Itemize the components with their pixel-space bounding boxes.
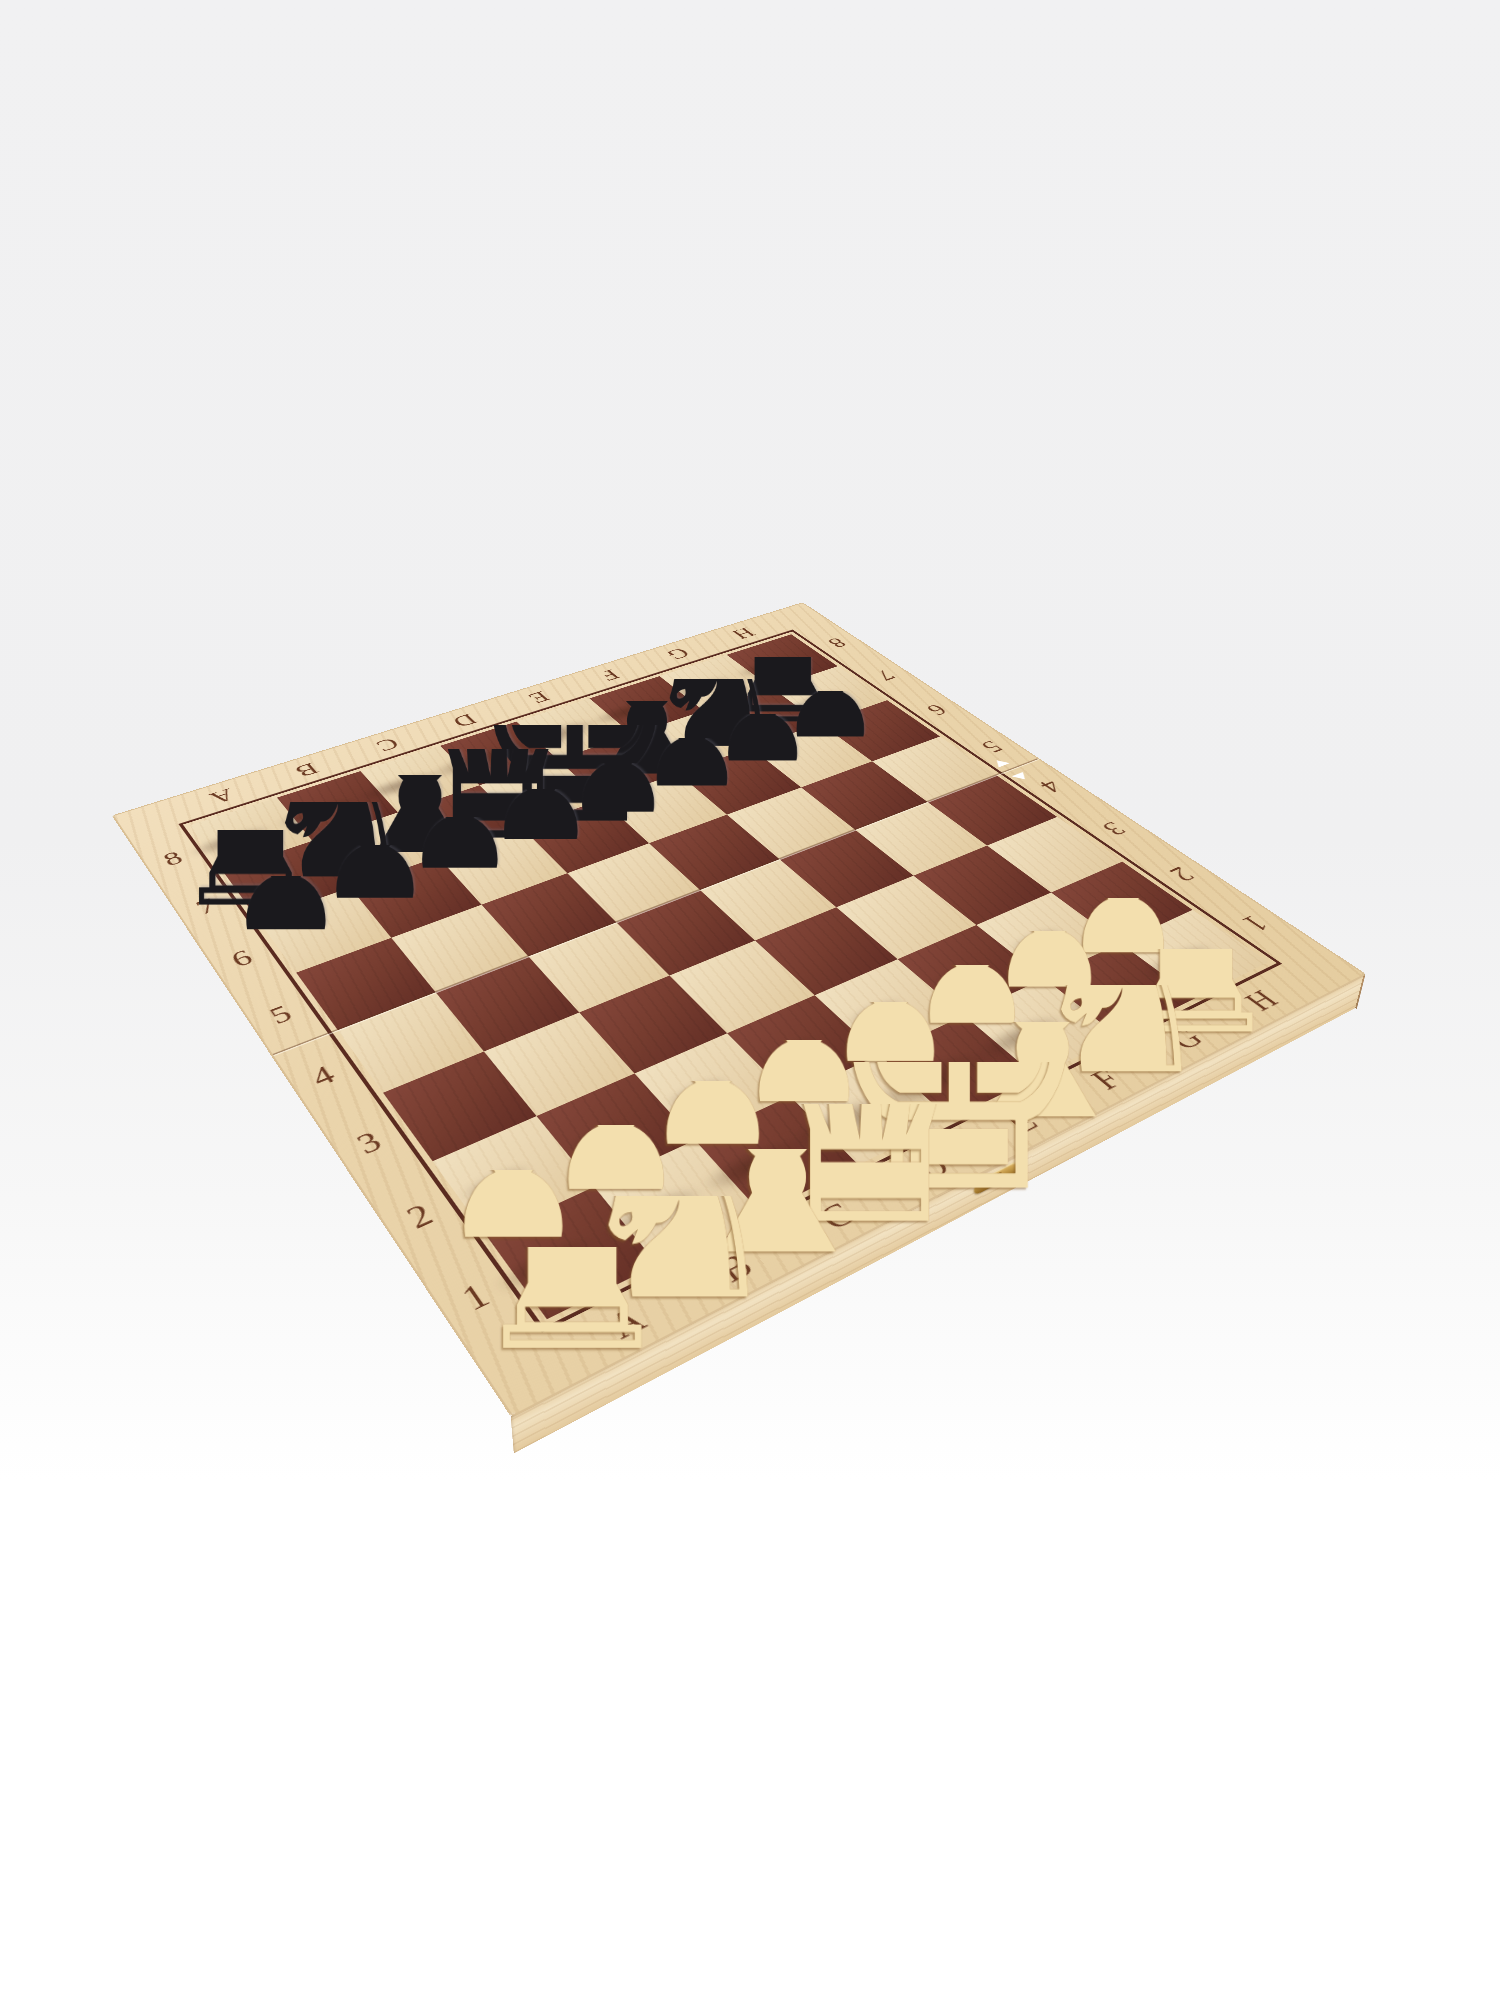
chess-board: 8877665544332211AABBCCDDEEFFGGHH ♜♞♝♛♚♝♞… bbox=[114, 603, 1364, 1415]
product-photo-background: { "game": "chess", "scene": "folding woo… bbox=[0, 0, 1500, 2000]
